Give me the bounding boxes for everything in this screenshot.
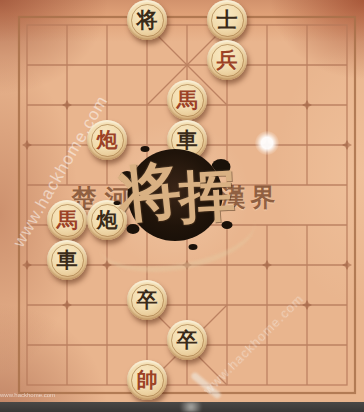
- piece-character: 帥: [127, 360, 167, 400]
- piece-red-horse[interactable]: 馬: [47, 200, 87, 240]
- piece-black-general[interactable]: 将: [127, 0, 167, 40]
- piece-character: 馬: [47, 200, 87, 240]
- piece-black-soldier[interactable]: 卒: [167, 320, 207, 360]
- piece-character: 卒: [127, 280, 167, 320]
- watermark-noise-patch: www.hackhome.com: [0, 392, 56, 412]
- bottom-bar-smudge: [176, 402, 206, 412]
- piece-red-general[interactable]: 帥: [127, 360, 167, 400]
- piece-red-soldier[interactable]: 兵: [207, 40, 247, 80]
- piece-character: 車: [47, 240, 87, 280]
- piece-character: 兵: [207, 40, 247, 80]
- xiangqi-app-screenshot: 楚 河 漢 界 将士兵馬炮車馬炮車卒卒帥 将 挥 www.hackhome.co…: [0, 0, 364, 412]
- river-label-jie: 界: [251, 181, 276, 214]
- piece-character: 将: [127, 0, 167, 40]
- piece-character: 馬: [167, 80, 207, 120]
- logo-character-hui: 挥: [177, 158, 237, 237]
- piece-black-chariot[interactable]: 車: [47, 240, 87, 280]
- piece-black-advisor[interactable]: 士: [207, 0, 247, 40]
- piece-black-soldier[interactable]: 卒: [127, 280, 167, 320]
- piece-character: 士: [207, 0, 247, 40]
- last-move-origin-dot: [255, 131, 279, 155]
- piece-red-horse[interactable]: 馬: [167, 80, 207, 120]
- piece-character: 卒: [167, 320, 207, 360]
- logo-character-jiang: 将: [115, 147, 185, 237]
